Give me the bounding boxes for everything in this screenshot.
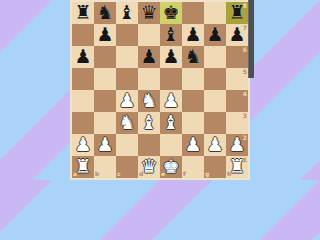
black-knight[interactable]: ♞ xyxy=(182,46,204,68)
file-label-f: f xyxy=(183,171,186,177)
square-a7[interactable] xyxy=(72,24,94,46)
white-bishop[interactable]: ♝ xyxy=(160,112,182,134)
square-g4[interactable] xyxy=(204,90,226,112)
square-d1[interactable]: ♛d xyxy=(138,156,160,178)
square-g5[interactable] xyxy=(204,68,226,90)
board-frame: ♜♞♝♛♚♜8♟♝♟♟♟7♟♟♟♞65♟♞♟4♞♝♝3♟♟♟♟♟2♜abc♛d♚… xyxy=(70,0,250,180)
square-d7[interactable] xyxy=(138,24,160,46)
square-g6[interactable] xyxy=(204,46,226,68)
white-pawn[interactable]: ♟ xyxy=(94,134,116,156)
square-d3[interactable]: ♝ xyxy=(138,112,160,134)
black-bishop[interactable]: ♝ xyxy=(160,24,182,46)
black-pawn[interactable]: ♟ xyxy=(138,46,160,68)
black-bishop[interactable]: ♝ xyxy=(116,2,138,24)
square-f5[interactable] xyxy=(182,68,204,90)
square-d2[interactable] xyxy=(138,134,160,156)
black-pawn[interactable]: ♟ xyxy=(204,24,226,46)
white-knight[interactable]: ♞ xyxy=(138,90,160,112)
square-c3[interactable]: ♞ xyxy=(116,112,138,134)
white-pawn[interactable]: ♟ xyxy=(204,134,226,156)
square-f4[interactable] xyxy=(182,90,204,112)
square-a8[interactable]: ♜ xyxy=(72,2,94,24)
black-pawn[interactable]: ♟ xyxy=(72,46,94,68)
square-e8[interactable]: ♚ xyxy=(160,2,182,24)
square-a1[interactable]: ♜a xyxy=(72,156,94,178)
square-h7[interactable]: ♟7 xyxy=(226,24,248,46)
square-c7[interactable] xyxy=(116,24,138,46)
square-d8[interactable]: ♛ xyxy=(138,2,160,24)
square-e1[interactable]: ♚e xyxy=(160,156,182,178)
rank-label-3: 3 xyxy=(243,113,247,119)
square-g8[interactable] xyxy=(204,2,226,24)
file-label-g: g xyxy=(205,171,209,177)
black-pawn[interactable]: ♟ xyxy=(182,24,204,46)
file-label-c: c xyxy=(117,171,121,177)
square-a3[interactable] xyxy=(72,112,94,134)
black-pawn[interactable]: ♟ xyxy=(226,24,248,46)
square-h5[interactable]: 5 xyxy=(226,68,248,90)
square-c6[interactable] xyxy=(116,46,138,68)
square-e4[interactable]: ♟ xyxy=(160,90,182,112)
square-d6[interactable]: ♟ xyxy=(138,46,160,68)
square-b7[interactable]: ♟ xyxy=(94,24,116,46)
square-f8[interactable] xyxy=(182,2,204,24)
white-pawn[interactable]: ♟ xyxy=(226,134,248,156)
black-rook[interactable]: ♜ xyxy=(226,2,248,24)
square-a4[interactable] xyxy=(72,90,94,112)
square-d4[interactable]: ♞ xyxy=(138,90,160,112)
square-c2[interactable] xyxy=(116,134,138,156)
square-h1[interactable]: ♜1h xyxy=(226,156,248,178)
black-rook[interactable]: ♜ xyxy=(72,2,94,24)
square-g2[interactable]: ♟ xyxy=(204,134,226,156)
square-f3[interactable] xyxy=(182,112,204,134)
square-c1[interactable]: c xyxy=(116,156,138,178)
square-b6[interactable] xyxy=(94,46,116,68)
chess-board: ♜♞♝♛♚♜8♟♝♟♟♟7♟♟♟♞65♟♞♟4♞♝♝3♟♟♟♟♟2♜abc♛d♚… xyxy=(72,2,248,178)
square-e2[interactable] xyxy=(160,134,182,156)
square-h4[interactable]: 4 xyxy=(226,90,248,112)
square-f6[interactable]: ♞ xyxy=(182,46,204,68)
square-b3[interactable] xyxy=(94,112,116,134)
rank-label-4: 4 xyxy=(243,91,247,97)
square-d5[interactable] xyxy=(138,68,160,90)
square-c8[interactable]: ♝ xyxy=(116,2,138,24)
white-rook[interactable]: ♜ xyxy=(72,156,94,178)
black-pawn[interactable]: ♟ xyxy=(94,24,116,46)
white-pawn[interactable]: ♟ xyxy=(160,90,182,112)
square-e5[interactable] xyxy=(160,68,182,90)
square-f2[interactable]: ♟ xyxy=(182,134,204,156)
white-pawn[interactable]: ♟ xyxy=(182,134,204,156)
black-knight[interactable]: ♞ xyxy=(94,2,116,24)
square-b2[interactable]: ♟ xyxy=(94,134,116,156)
square-c5[interactable] xyxy=(116,68,138,90)
square-h3[interactable]: 3 xyxy=(226,112,248,134)
square-g1[interactable]: g xyxy=(204,156,226,178)
square-c4[interactable]: ♟ xyxy=(116,90,138,112)
file-label-b: b xyxy=(95,171,99,177)
square-a6[interactable]: ♟ xyxy=(72,46,94,68)
square-g7[interactable]: ♟ xyxy=(204,24,226,46)
white-bishop[interactable]: ♝ xyxy=(138,112,160,134)
white-king[interactable]: ♚ xyxy=(160,156,182,178)
white-knight[interactable]: ♞ xyxy=(116,112,138,134)
square-h2[interactable]: ♟2 xyxy=(226,134,248,156)
black-pawn[interactable]: ♟ xyxy=(160,46,182,68)
white-pawn[interactable]: ♟ xyxy=(116,90,138,112)
black-king[interactable]: ♚ xyxy=(160,2,182,24)
square-h6[interactable]: 6 xyxy=(226,46,248,68)
black-queen[interactable]: ♛ xyxy=(138,2,160,24)
square-h8[interactable]: ♜8 xyxy=(226,2,248,24)
square-b5[interactable] xyxy=(94,68,116,90)
square-a5[interactable] xyxy=(72,68,94,90)
rank-label-6: 6 xyxy=(243,47,247,53)
square-e6[interactable]: ♟ xyxy=(160,46,182,68)
square-g3[interactable] xyxy=(204,112,226,134)
square-e3[interactable]: ♝ xyxy=(160,112,182,134)
square-a2[interactable]: ♟ xyxy=(72,134,94,156)
square-f7[interactable]: ♟ xyxy=(182,24,204,46)
square-f1[interactable]: f xyxy=(182,156,204,178)
white-pawn[interactable]: ♟ xyxy=(72,134,94,156)
scrollbar-fragment xyxy=(248,0,254,78)
rank-label-5: 5 xyxy=(243,69,247,75)
square-b4[interactable] xyxy=(94,90,116,112)
square-e7[interactable]: ♝ xyxy=(160,24,182,46)
square-b1[interactable]: b xyxy=(94,156,116,178)
white-rook[interactable]: ♜ xyxy=(226,156,248,178)
square-b8[interactable]: ♞ xyxy=(94,2,116,24)
white-queen[interactable]: ♛ xyxy=(138,156,160,178)
